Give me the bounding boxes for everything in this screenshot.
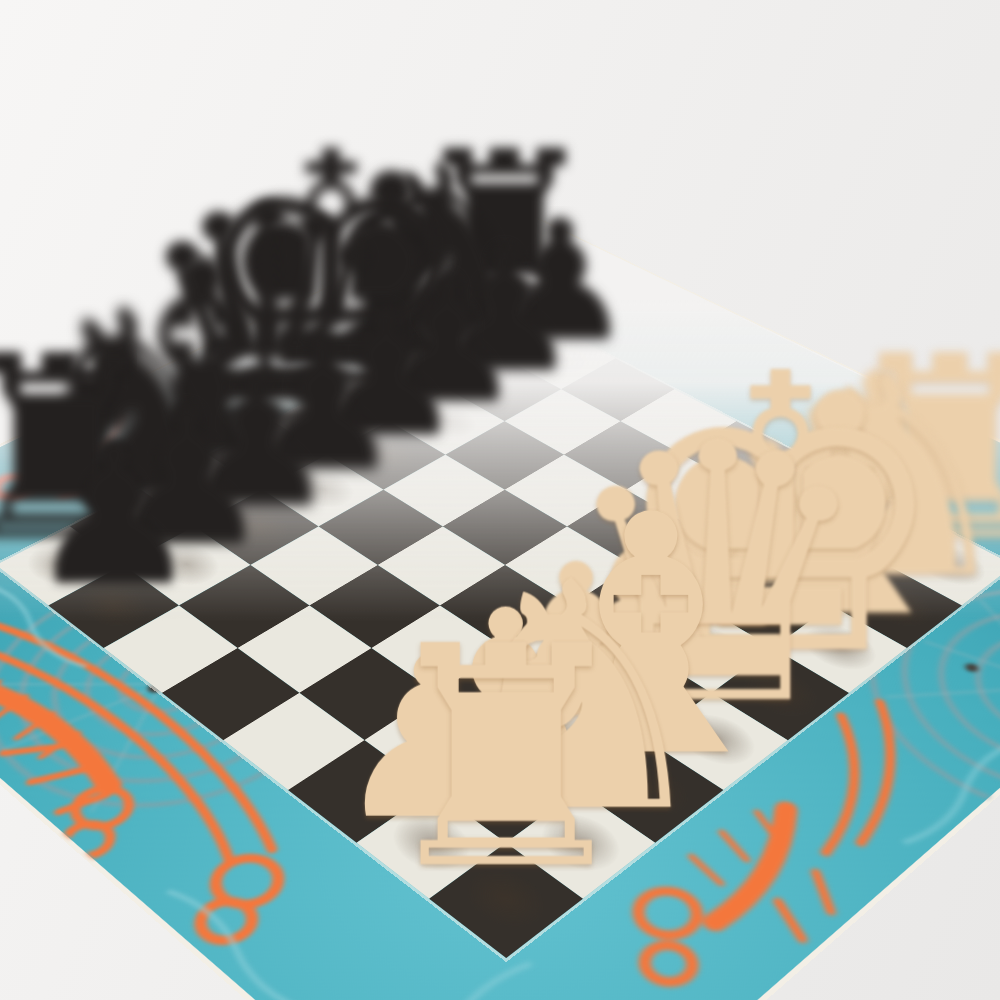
board-squares: ♜♟♟♜♞♟♟♞♝♟♟♝♚♟♟♚♛♟♟♛♝♟♟♝♞♟♟♞♜♟♟♜ <box>0 301 1000 958</box>
chess-board: ♜♟♟♜♞♟♟♞♝♟♟♝♚♟♟♚♛♟♟♛♝♟♟♝♞♟♟♞♜♟♟♜ <box>0 202 1000 1000</box>
black-pawn-a7: ♟ <box>0 426 319 605</box>
square-a1: ♜ <box>429 843 583 958</box>
white-rook-a1: ♜ <box>265 619 748 899</box>
photo-scene: ♜♟♟♜♞♟♟♞♝♟♟♝♚♟♟♚♛♟♟♛♝♟♟♝♞♟♟♞♜♟♟♜ <box>0 0 1000 1000</box>
